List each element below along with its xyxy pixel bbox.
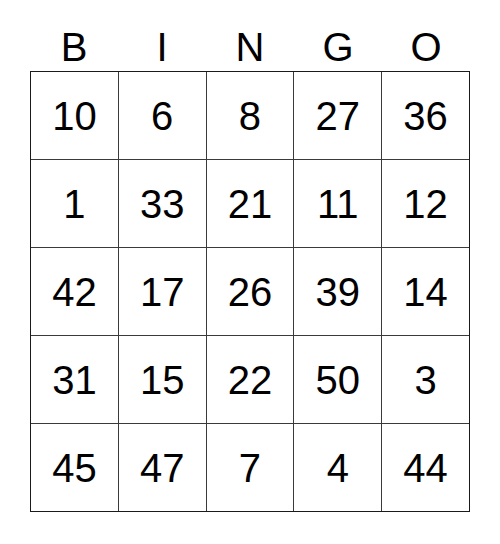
column-header-o: O (382, 27, 470, 67)
column-header-b: B (30, 27, 118, 67)
bingo-cell[interactable]: 39 (294, 248, 381, 335)
bingo-cell[interactable]: 7 (207, 424, 294, 511)
bingo-cell[interactable]: 14 (382, 248, 469, 335)
bingo-cell[interactable]: 45 (31, 424, 118, 511)
bingo-cell[interactable]: 12 (382, 160, 469, 247)
bingo-cell[interactable]: 26 (207, 248, 294, 335)
bingo-cell[interactable]: 50 (294, 336, 381, 423)
bingo-cell[interactable]: 6 (119, 72, 206, 159)
column-header-n: N (206, 27, 294, 67)
bingo-cell[interactable]: 31 (31, 336, 118, 423)
bingo-cell[interactable]: 15 (119, 336, 206, 423)
column-header-i: I (118, 27, 206, 67)
bingo-cell[interactable]: 27 (294, 72, 381, 159)
bingo-cell[interactable]: 21 (207, 160, 294, 247)
bingo-cell[interactable]: 3 (382, 336, 469, 423)
bingo-header-row: B I N G O (30, 0, 470, 71)
bingo-cell[interactable]: 1 (31, 160, 118, 247)
bingo-cell[interactable]: 33 (119, 160, 206, 247)
bingo-cell[interactable]: 17 (119, 248, 206, 335)
bingo-grid: 10 6 8 27 36 1 33 21 11 12 42 17 26 39 1… (30, 71, 470, 512)
bingo-cell[interactable]: 8 (207, 72, 294, 159)
bingo-cell[interactable]: 11 (294, 160, 381, 247)
bingo-cell[interactable]: 47 (119, 424, 206, 511)
bingo-cell[interactable]: 44 (382, 424, 469, 511)
bingo-card: B I N G O 10 6 8 27 36 1 33 21 11 12 42 … (30, 0, 470, 512)
bingo-cell[interactable]: 22 (207, 336, 294, 423)
bingo-cell[interactable]: 36 (382, 72, 469, 159)
bingo-cell[interactable]: 4 (294, 424, 381, 511)
column-header-g: G (294, 27, 382, 67)
bingo-cell[interactable]: 42 (31, 248, 118, 335)
bingo-cell[interactable]: 10 (31, 72, 118, 159)
